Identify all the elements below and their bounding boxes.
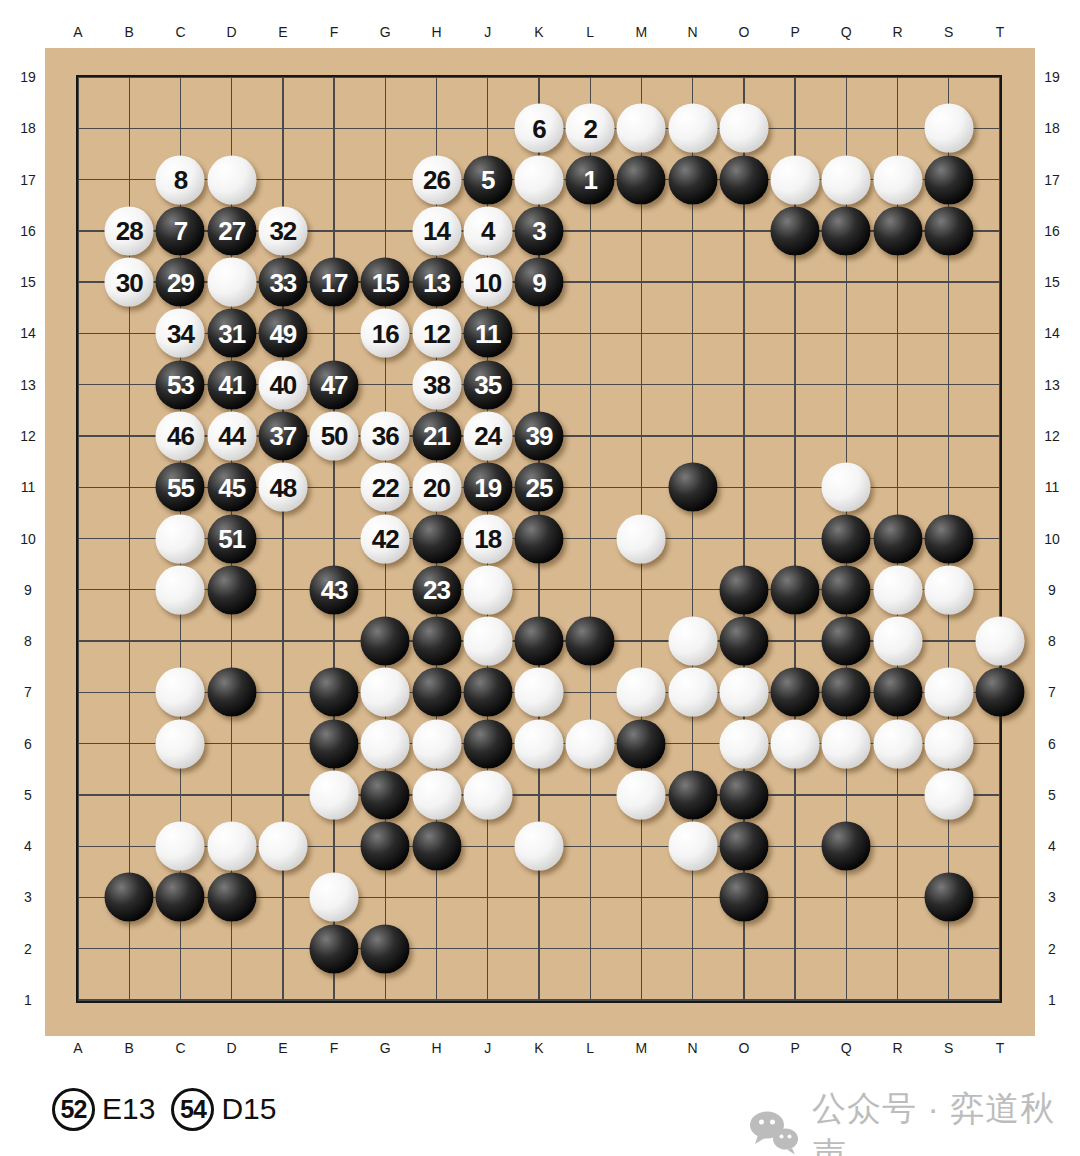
- stone-black-D16: 27: [207, 206, 256, 255]
- stone-move-number: 35: [474, 372, 501, 398]
- stone-black-F7: [310, 668, 359, 717]
- stone-black-E14: 49: [258, 309, 307, 358]
- stone-move-number: 55: [167, 474, 194, 500]
- stone-move-number: 22: [372, 474, 399, 500]
- stone-white-C9: [156, 565, 205, 614]
- row-label-left-17: 17: [20, 172, 36, 188]
- stone-black-Q16: [822, 206, 871, 255]
- stone-move-number: 36: [372, 423, 399, 449]
- col-label-top-N: N: [688, 24, 698, 40]
- stone-white-G11: 22: [361, 463, 410, 512]
- caption-white-stone-54: 54: [171, 1088, 214, 1131]
- stone-white-G7: [361, 668, 410, 717]
- stone-white-E13: 40: [258, 360, 307, 409]
- stone-black-F15: 17: [310, 258, 359, 307]
- col-label-bottom-N: N: [688, 1040, 698, 1056]
- col-label-bottom-S: S: [944, 1040, 953, 1056]
- stone-move-number: 28: [116, 218, 143, 244]
- stone-white-S18: [924, 104, 973, 153]
- row-label-left-4: 4: [24, 838, 32, 854]
- stone-black-S16: [924, 206, 973, 255]
- stone-white-C12: 46: [156, 411, 205, 460]
- stone-white-C17: 8: [156, 155, 205, 204]
- stone-white-C4: [156, 822, 205, 871]
- stone-move-number: 18: [474, 526, 501, 552]
- stone-black-N11: [668, 463, 717, 512]
- row-label-right-8: 8: [1048, 633, 1056, 649]
- stone-white-B16: 28: [105, 206, 154, 255]
- stone-white-G12: 36: [361, 411, 410, 460]
- stone-move-number: 32: [269, 218, 296, 244]
- stone-move-number: 16: [372, 320, 399, 346]
- row-label-left-16: 16: [20, 223, 36, 239]
- stone-black-P7: [771, 668, 820, 717]
- stone-white-C7: [156, 668, 205, 717]
- stone-black-H4: [412, 822, 461, 871]
- col-label-bottom-O: O: [738, 1040, 749, 1056]
- stone-black-D13: 41: [207, 360, 256, 409]
- stone-black-M6: [617, 719, 666, 768]
- row-label-left-9: 9: [24, 582, 32, 598]
- stone-move-number: 11: [475, 320, 501, 346]
- stone-move-number: 7: [174, 218, 187, 244]
- stone-white-Q6: [822, 719, 871, 768]
- stone-white-Q17: [822, 155, 871, 204]
- stone-move-number: 14: [423, 218, 450, 244]
- stone-white-K6: [514, 719, 563, 768]
- row-label-right-2: 2: [1048, 941, 1056, 957]
- stone-white-R8: [873, 617, 922, 666]
- stone-white-D4: [207, 822, 256, 871]
- stone-move-number: 24: [474, 423, 501, 449]
- stone-white-N8: [668, 617, 717, 666]
- col-label-top-P: P: [790, 24, 799, 40]
- stone-black-E12: 37: [258, 411, 307, 460]
- row-label-left-14: 14: [20, 325, 36, 341]
- col-label-bottom-P: P: [790, 1040, 799, 1056]
- col-label-top-O: O: [738, 24, 749, 40]
- stone-move-number: 46: [167, 423, 194, 449]
- stone-white-K4: [514, 822, 563, 871]
- stone-move-number: 31: [218, 320, 245, 346]
- stone-black-D11: 45: [207, 463, 256, 512]
- go-diagram-page: AABBCCDDEEFFGGHHJJKKLLMMNNOOPPQQRRSSTT19…: [0, 0, 1080, 1156]
- stone-move-number: 6: [532, 115, 545, 141]
- caption-white-stone-52: 52: [52, 1088, 95, 1131]
- stone-white-N4: [668, 822, 717, 871]
- col-label-top-Q: Q: [841, 24, 852, 40]
- row-label-left-1: 1: [24, 992, 32, 1008]
- stone-move-number: 42: [372, 526, 399, 552]
- stone-move-number: 49: [269, 320, 296, 346]
- stone-move-number: 15: [372, 269, 399, 295]
- stone-white-C6: [156, 719, 205, 768]
- row-label-right-11: 11: [1045, 479, 1060, 495]
- row-label-right-5: 5: [1048, 787, 1056, 803]
- stone-black-K11: 25: [514, 463, 563, 512]
- stone-black-G4: [361, 822, 410, 871]
- stone-black-F9: 43: [310, 565, 359, 614]
- stone-black-S17: [924, 155, 973, 204]
- stone-white-G10: 42: [361, 514, 410, 563]
- col-label-top-M: M: [636, 24, 648, 40]
- col-label-bottom-H: H: [431, 1040, 441, 1056]
- stone-white-H5: [412, 770, 461, 819]
- stone-white-J9: [463, 565, 512, 614]
- stone-white-F12: 50: [310, 411, 359, 460]
- stone-black-K8: [514, 617, 563, 666]
- stone-black-Q7: [822, 668, 871, 717]
- row-label-right-7: 7: [1048, 684, 1056, 700]
- stone-white-H13: 38: [412, 360, 461, 409]
- stone-white-M10: [617, 514, 666, 563]
- stone-white-R9: [873, 565, 922, 614]
- col-label-top-A: A: [73, 24, 82, 40]
- stone-black-J14: 11: [463, 309, 512, 358]
- col-label-top-F: F: [330, 24, 339, 40]
- stone-white-C14: 34: [156, 309, 205, 358]
- stone-white-G6: [361, 719, 410, 768]
- stone-white-J16: 4: [463, 206, 512, 255]
- stone-black-O9: [719, 565, 768, 614]
- stone-black-H9: 23: [412, 565, 461, 614]
- col-label-bottom-G: G: [380, 1040, 391, 1056]
- stone-move-number: 39: [526, 423, 553, 449]
- stone-move-number: 2: [583, 115, 596, 141]
- col-label-top-T: T: [996, 24, 1005, 40]
- stone-move-number: 26: [423, 167, 450, 193]
- wechat-icon: [748, 1109, 800, 1155]
- stone-move-number: 33: [269, 269, 296, 295]
- stone-black-N17: [668, 155, 717, 204]
- col-label-top-C: C: [175, 24, 185, 40]
- stone-move-number: 20: [423, 474, 450, 500]
- stone-black-C16: 7: [156, 206, 205, 255]
- row-label-right-3: 3: [1048, 889, 1056, 905]
- col-label-bottom-E: E: [278, 1040, 287, 1056]
- row-label-left-7: 7: [24, 684, 32, 700]
- stone-black-K15: 9: [514, 258, 563, 307]
- row-label-left-19: 19: [20, 69, 36, 85]
- stone-move-number: 34: [167, 320, 194, 346]
- stone-black-O4: [719, 822, 768, 871]
- stone-move-number: 17: [321, 269, 348, 295]
- stone-move-number: 4: [481, 218, 494, 244]
- row-label-right-14: 14: [1044, 325, 1060, 341]
- stone-black-J11: 19: [463, 463, 512, 512]
- stone-black-G2: [361, 924, 410, 973]
- stone-black-H7: [412, 668, 461, 717]
- stone-black-C13: 53: [156, 360, 205, 409]
- col-label-bottom-T: T: [996, 1040, 1005, 1056]
- stone-move-number: 50: [321, 423, 348, 449]
- stone-white-M5: [617, 770, 666, 819]
- stone-black-Q8: [822, 617, 871, 666]
- stone-move-number: 47: [321, 372, 348, 398]
- stone-white-R6: [873, 719, 922, 768]
- stone-move-number: 23: [423, 577, 450, 603]
- row-label-right-10: 10: [1044, 531, 1060, 547]
- row-label-right-4: 4: [1048, 838, 1056, 854]
- stone-move-number: 38: [423, 372, 450, 398]
- stone-move-number: 3: [532, 218, 545, 244]
- col-label-top-H: H: [431, 24, 441, 40]
- stone-move-number: 25: [526, 474, 553, 500]
- stone-move-number: 45: [218, 474, 245, 500]
- stone-black-T7: [975, 668, 1024, 717]
- row-label-left-13: 13: [20, 377, 36, 393]
- stone-black-H15: 13: [412, 258, 461, 307]
- col-label-bottom-M: M: [636, 1040, 648, 1056]
- stone-white-Q11: [822, 463, 871, 512]
- col-label-bottom-K: K: [534, 1040, 543, 1056]
- col-label-top-L: L: [586, 24, 594, 40]
- stone-white-P6: [771, 719, 820, 768]
- col-label-bottom-Q: Q: [841, 1040, 852, 1056]
- col-label-top-K: K: [534, 24, 543, 40]
- stone-black-O8: [719, 617, 768, 666]
- stone-white-F3: [310, 873, 359, 922]
- stone-white-L6: [566, 719, 615, 768]
- stone-white-T8: [975, 617, 1024, 666]
- watermark-text: 公众号 · 弈道秋声: [812, 1086, 1080, 1156]
- stone-black-F2: [310, 924, 359, 973]
- stone-white-D15: [207, 258, 256, 307]
- stone-white-N18: [668, 104, 717, 153]
- stone-white-L18: 2: [566, 104, 615, 153]
- stone-black-Q10: [822, 514, 871, 563]
- row-label-left-6: 6: [24, 736, 32, 752]
- row-label-left-10: 10: [20, 531, 36, 547]
- watermark: 公众号 · 弈道秋声: [748, 1086, 1080, 1156]
- stone-white-H11: 20: [412, 463, 461, 512]
- stone-black-L8: [566, 617, 615, 666]
- move-note-caption: 52 E13 54 D15: [52, 1083, 292, 1135]
- row-label-right-19: 19: [1044, 69, 1060, 85]
- row-label-right-9: 9: [1048, 582, 1056, 598]
- row-label-left-5: 5: [24, 787, 32, 803]
- col-label-bottom-D: D: [227, 1040, 237, 1056]
- stone-black-B3: [105, 873, 154, 922]
- stone-black-J6: [463, 719, 512, 768]
- stone-move-number: 29: [167, 269, 194, 295]
- stone-move-number: 40: [269, 372, 296, 398]
- stone-black-C15: 29: [156, 258, 205, 307]
- stone-black-K10: [514, 514, 563, 563]
- col-label-bottom-B: B: [125, 1040, 134, 1056]
- stone-black-R7: [873, 668, 922, 717]
- stone-white-S7: [924, 668, 973, 717]
- stone-white-J5: [463, 770, 512, 819]
- row-label-right-13: 13: [1044, 377, 1060, 393]
- stone-white-J8: [463, 617, 512, 666]
- stone-white-R17: [873, 155, 922, 204]
- stone-move-number: 13: [423, 269, 450, 295]
- row-label-right-1: 1: [1048, 992, 1056, 1008]
- stone-black-R16: [873, 206, 922, 255]
- stone-black-P16: [771, 206, 820, 255]
- col-label-bottom-J: J: [484, 1040, 491, 1056]
- stone-black-R10: [873, 514, 922, 563]
- stone-white-K7: [514, 668, 563, 717]
- row-label-left-8: 8: [24, 633, 32, 649]
- stone-black-O5: [719, 770, 768, 819]
- stone-black-J7: [463, 668, 512, 717]
- stone-move-number: 30: [116, 269, 143, 295]
- col-label-bottom-L: L: [586, 1040, 594, 1056]
- stone-move-number: 41: [218, 372, 245, 398]
- stone-move-number: 8: [174, 167, 187, 193]
- stone-black-D3: [207, 873, 256, 922]
- stone-black-F13: 47: [310, 360, 359, 409]
- stone-black-C3: [156, 873, 205, 922]
- stone-white-M18: [617, 104, 666, 153]
- stone-black-L17: 1: [566, 155, 615, 204]
- stone-move-number: 37: [269, 423, 296, 449]
- stone-white-O6: [719, 719, 768, 768]
- stone-white-J10: 18: [463, 514, 512, 563]
- stone-black-S3: [924, 873, 973, 922]
- col-label-top-R: R: [892, 24, 902, 40]
- stone-white-S5: [924, 770, 973, 819]
- row-label-right-15: 15: [1044, 274, 1060, 290]
- row-label-left-18: 18: [20, 120, 36, 136]
- stone-black-Q4: [822, 822, 871, 871]
- row-label-right-16: 16: [1044, 223, 1060, 239]
- stone-black-D9: [207, 565, 256, 614]
- row-label-right-17: 17: [1044, 172, 1060, 188]
- stone-white-H6: [412, 719, 461, 768]
- stone-black-D14: 31: [207, 309, 256, 358]
- stone-move-number: 48: [269, 474, 296, 500]
- row-label-left-3: 3: [24, 889, 32, 905]
- stone-black-Q9: [822, 565, 871, 614]
- stone-white-E11: 48: [258, 463, 307, 512]
- stone-move-number: 43: [321, 577, 348, 603]
- col-label-top-D: D: [227, 24, 237, 40]
- stone-move-number: 12: [423, 320, 450, 346]
- col-label-bottom-A: A: [73, 1040, 82, 1056]
- stone-white-E16: 32: [258, 206, 307, 255]
- stone-white-E4: [258, 822, 307, 871]
- col-label-top-G: G: [380, 24, 391, 40]
- stone-white-M7: [617, 668, 666, 717]
- stone-black-J17: 5: [463, 155, 512, 204]
- stone-white-J15: 10: [463, 258, 512, 307]
- row-label-left-2: 2: [24, 941, 32, 957]
- caption-coord-e13: E13: [102, 1092, 155, 1126]
- stone-black-P9: [771, 565, 820, 614]
- stone-black-K12: 39: [514, 411, 563, 460]
- stone-black-J13: 35: [463, 360, 512, 409]
- stone-black-G8: [361, 617, 410, 666]
- stone-black-C11: 55: [156, 463, 205, 512]
- col-label-bottom-C: C: [175, 1040, 185, 1056]
- stone-white-B15: 30: [105, 258, 154, 307]
- stone-black-S10: [924, 514, 973, 563]
- stone-move-number: 19: [474, 474, 501, 500]
- stone-move-number: 9: [532, 269, 545, 295]
- caption-coord-d15: D15: [221, 1092, 276, 1126]
- stone-white-F5: [310, 770, 359, 819]
- stone-white-O7: [719, 668, 768, 717]
- stone-black-O17: [719, 155, 768, 204]
- stone-black-K16: 3: [514, 206, 563, 255]
- row-label-right-6: 6: [1048, 736, 1056, 752]
- col-label-bottom-R: R: [892, 1040, 902, 1056]
- stone-black-M17: [617, 155, 666, 204]
- stone-white-N7: [668, 668, 717, 717]
- stone-white-H16: 14: [412, 206, 461, 255]
- stone-black-E15: 33: [258, 258, 307, 307]
- stone-white-D12: 44: [207, 411, 256, 460]
- stone-move-number: 51: [218, 526, 245, 552]
- stone-white-P17: [771, 155, 820, 204]
- stone-move-number: 44: [218, 423, 245, 449]
- stone-black-N5: [668, 770, 717, 819]
- stone-move-number: 21: [423, 423, 450, 449]
- stone-move-number: 10: [474, 269, 501, 295]
- stone-move-number: 5: [481, 167, 494, 193]
- stone-black-G15: 15: [361, 258, 410, 307]
- col-label-bottom-F: F: [330, 1040, 339, 1056]
- stone-white-D17: [207, 155, 256, 204]
- stone-white-O18: [719, 104, 768, 153]
- stone-move-number: 27: [218, 218, 245, 244]
- row-label-left-12: 12: [20, 428, 36, 444]
- stone-black-F6: [310, 719, 359, 768]
- stone-white-H17: 26: [412, 155, 461, 204]
- stone-black-H10: [412, 514, 461, 563]
- stone-black-G5: [361, 770, 410, 819]
- stone-white-C10: [156, 514, 205, 563]
- stone-white-G14: 16: [361, 309, 410, 358]
- stone-white-K17: [514, 155, 563, 204]
- row-label-left-11: 11: [21, 479, 36, 495]
- stone-black-O3: [719, 873, 768, 922]
- col-label-top-S: S: [944, 24, 953, 40]
- stone-white-S6: [924, 719, 973, 768]
- row-label-left-15: 15: [20, 274, 36, 290]
- row-label-right-18: 18: [1044, 120, 1060, 136]
- stone-black-H8: [412, 617, 461, 666]
- col-label-top-J: J: [484, 24, 491, 40]
- stone-black-H12: 21: [412, 411, 461, 460]
- row-label-right-12: 12: [1044, 428, 1060, 444]
- stone-move-number: 53: [167, 372, 194, 398]
- col-label-top-B: B: [125, 24, 134, 40]
- stone-black-D7: [207, 668, 256, 717]
- stone-white-K18: 6: [514, 104, 563, 153]
- stone-white-H14: 12: [412, 309, 461, 358]
- stone-white-S9: [924, 565, 973, 614]
- stone-white-J12: 24: [463, 411, 512, 460]
- stone-move-number: 1: [583, 167, 596, 193]
- col-label-top-E: E: [278, 24, 287, 40]
- stone-black-D10: 51: [207, 514, 256, 563]
